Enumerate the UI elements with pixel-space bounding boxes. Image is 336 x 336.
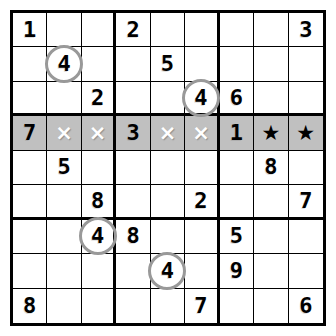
given-digit: 2 [91,87,104,109]
given-digit: 7 [23,122,36,144]
cell-r3c8[interactable] [254,82,288,116]
given-digit: 4 [161,260,174,282]
cell-r4c3[interactable]: × [82,116,116,150]
cell-r8c6[interactable] [185,254,219,288]
cell-r7c8[interactable] [254,220,288,254]
cell-r6c1[interactable] [13,185,47,219]
cell-r7c5[interactable] [151,220,185,254]
given-digit: 9 [230,260,243,282]
cell-r7c6[interactable] [185,220,219,254]
cell-r2c1[interactable] [13,47,47,81]
cell-r1c1[interactable]: 1 [13,13,47,47]
cell-r4c4[interactable]: 3 [116,116,150,150]
cell-r5c2[interactable]: 5 [47,151,81,185]
cell-r3c1[interactable] [13,82,47,116]
star-mark: ★ [261,123,280,144]
cell-r6c8[interactable] [254,185,288,219]
cell-r2c5[interactable]: 5 [151,47,185,81]
cell-r6c9[interactable]: 7 [289,185,323,219]
given-digit: 2 [126,19,139,41]
cell-r4c1[interactable]: 7 [13,116,47,150]
cell-r4c6[interactable]: × [185,116,219,150]
cell-r9c3[interactable] [82,289,116,323]
given-digit: 2 [194,190,207,212]
cell-r1c5[interactable] [151,13,185,47]
cell-r2c2[interactable]: 4 [47,47,81,81]
cell-r7c7[interactable]: 5 [220,220,254,254]
cell-r3c4[interactable] [116,82,150,116]
cell-r5c8[interactable]: 8 [254,151,288,185]
cell-r1c8[interactable] [254,13,288,47]
cell-r6c6[interactable]: 2 [185,185,219,219]
cell-r8c8[interactable] [254,254,288,288]
cell-r8c9[interactable] [289,254,323,288]
cell-r3c5[interactable] [151,82,185,116]
cell-r9c7[interactable] [220,289,254,323]
cell-r5c3[interactable] [82,151,116,185]
cell-r2c9[interactable] [289,47,323,81]
given-digit: 8 [23,295,36,317]
given-digit: 3 [299,19,312,41]
given-digit: 8 [126,225,139,247]
cell-r7c2[interactable] [47,220,81,254]
cell-r3c3[interactable]: 2 [82,82,116,116]
given-digit: 1 [23,19,36,41]
cell-r2c7[interactable] [220,47,254,81]
cell-r1c3[interactable] [82,13,116,47]
x-mark: × [89,123,107,144]
given-digit: 8 [91,190,104,212]
cell-r7c1[interactable] [13,220,47,254]
cell-r8c4[interactable] [116,254,150,288]
cell-r7c9[interactable] [289,220,323,254]
cell-r6c4[interactable] [116,185,150,219]
cell-r8c5[interactable]: 4 [151,254,185,288]
cell-r2c4[interactable] [116,47,150,81]
given-digit: 5 [161,53,174,75]
cell-r8c7[interactable]: 9 [220,254,254,288]
cell-r9c9[interactable]: 6 [289,289,323,323]
cell-r5c4[interactable] [116,151,150,185]
cell-r3c7[interactable]: 6 [220,82,254,116]
cell-r6c7[interactable] [220,185,254,219]
cell-r1c7[interactable] [220,13,254,47]
cell-r6c3[interactable]: 8 [82,185,116,219]
cell-r5c6[interactable] [185,151,219,185]
x-mark: × [159,123,177,144]
cell-r4c9[interactable]: ★ [289,116,323,150]
cell-r2c8[interactable] [254,47,288,81]
given-digit: 7 [194,295,207,317]
cell-r2c3[interactable] [82,47,116,81]
cell-r3c6[interactable]: 4 [185,82,219,116]
x-mark: × [55,123,73,144]
star-mark: ★ [296,123,315,144]
cell-r8c1[interactable] [13,254,47,288]
cell-r8c3[interactable] [82,254,116,288]
given-digit: 8 [264,156,277,178]
cell-r9c5[interactable] [151,289,185,323]
cell-r3c2[interactable] [47,82,81,116]
cell-r6c2[interactable] [47,185,81,219]
given-digit: 6 [230,87,243,109]
given-digit: 4 [58,53,71,75]
cell-r1c9[interactable]: 3 [289,13,323,47]
cell-r5c9[interactable] [289,151,323,185]
cell-r9c6[interactable]: 7 [185,289,219,323]
given-digit: 4 [194,87,207,109]
x-mark: × [192,123,210,144]
cell-r4c2[interactable]: × [47,116,81,150]
cell-r1c4[interactable]: 2 [116,13,150,47]
cell-r9c1[interactable]: 8 [13,289,47,323]
cell-r9c2[interactable] [47,289,81,323]
cell-r4c8[interactable]: ★ [254,116,288,150]
cell-r7c3[interactable]: 4 [82,220,116,254]
cell-r1c2[interactable] [47,13,81,47]
given-digit: 6 [299,295,312,317]
cell-r3c9[interactable] [289,82,323,116]
cell-r4c7[interactable]: 1 [220,116,254,150]
cell-r7c4[interactable]: 8 [116,220,150,254]
cell-r5c1[interactable] [13,151,47,185]
given-digit: 5 [58,156,71,178]
given-digit: 7 [299,190,312,212]
given-digit: 1 [230,122,243,144]
cell-r5c5[interactable] [151,151,185,185]
cell-r1c6[interactable] [185,13,219,47]
cell-r8c2[interactable] [47,254,81,288]
given-digit: 5 [230,225,243,247]
cell-r5c7[interactable] [220,151,254,185]
sudoku-board: 123452467××3××1★★5882748549876 [10,10,326,326]
given-digit: 4 [91,225,104,247]
given-digit: 3 [126,122,139,144]
cell-r6c5[interactable] [151,185,185,219]
cell-r2c6[interactable] [185,47,219,81]
cell-r9c8[interactable] [254,289,288,323]
cell-r4c5[interactable]: × [151,116,185,150]
cell-r9c4[interactable] [116,289,150,323]
